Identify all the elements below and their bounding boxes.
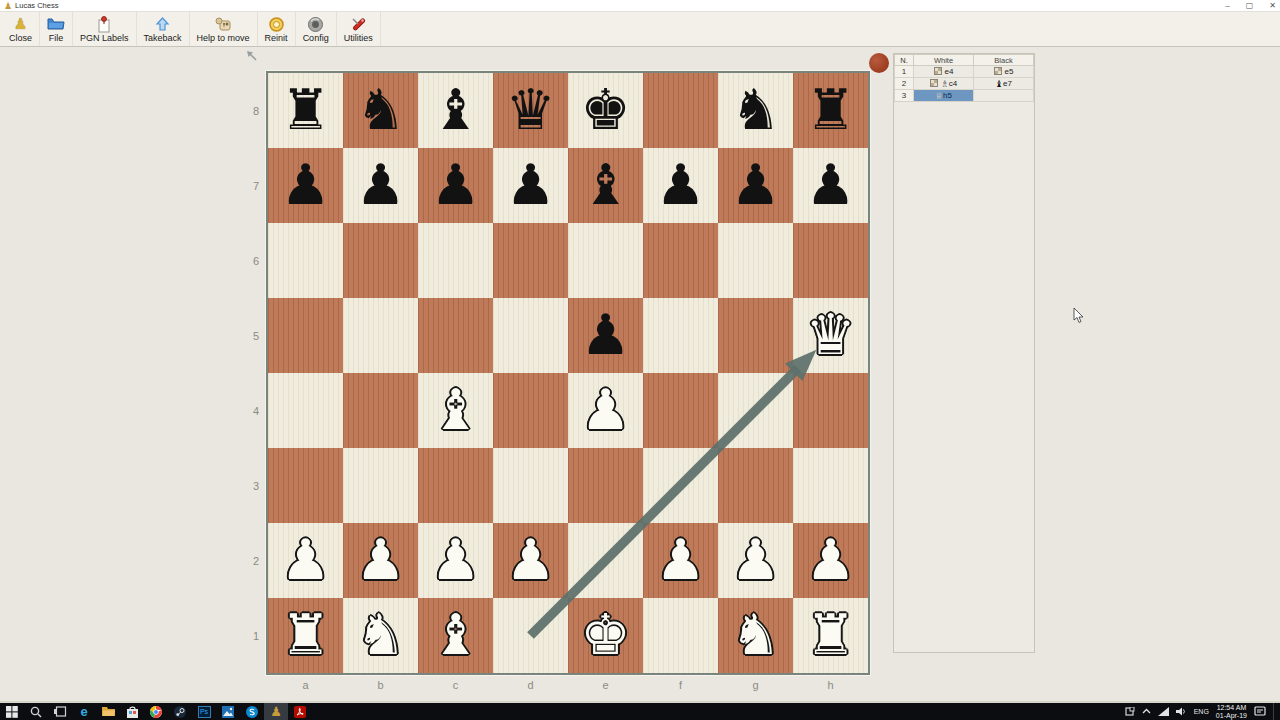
square-b1[interactable]: ♞ — [343, 598, 418, 673]
piece-black-p-d7[interactable]: ♟ — [493, 148, 568, 223]
square-a2[interactable]: ♟ — [268, 523, 343, 598]
pgn-pin-icon — [97, 15, 111, 33]
moves-header-number: N. — [895, 55, 914, 66]
app-pawn-icon: ♟ — [4, 1, 12, 11]
tray-chevron-icon[interactable] — [1142, 708, 1151, 715]
moves-table: N. White Black 1e4e52♗c4♝e73♕h5 — [894, 54, 1034, 102]
acrobat-icon[interactable] — [288, 703, 312, 720]
photoshop-icon[interactable]: Ps — [192, 703, 216, 720]
volume-icon[interactable] — [1176, 707, 1187, 716]
maximize-button[interactable]: ▢ — [1246, 0, 1254, 12]
help-pieces-icon — [214, 15, 232, 33]
square-c7[interactable]: ♟ — [418, 148, 493, 223]
square-a3[interactable] — [268, 448, 343, 523]
steam-icon[interactable] — [168, 703, 192, 720]
figurine-icon: ♕ — [935, 91, 943, 101]
task-view-icon[interactable] — [48, 703, 72, 720]
folder-icon — [47, 15, 65, 33]
square-h5[interactable]: ♛ — [793, 298, 868, 373]
photos-icon[interactable] — [216, 703, 240, 720]
square-c4[interactable]: ♝ — [418, 373, 493, 448]
figurine-icon: ♗ — [941, 79, 949, 89]
takeback-button[interactable]: Takeback — [137, 12, 190, 46]
director-arrow-icon[interactable] — [245, 49, 259, 63]
file-label-b: b — [343, 679, 418, 691]
screen: ♟ Lucas Chess – ▢ ✕ ♟ Close File PGN Lab… — [0, 0, 1280, 720]
square-a7[interactable]: ♟ — [268, 148, 343, 223]
toolbar: ♟ Close File PGN Labels Takeback Help — [0, 12, 1280, 47]
move-cell-white[interactable]: e4 — [914, 66, 974, 78]
turn-indicator — [869, 53, 889, 73]
square-b2[interactable]: ♟ — [343, 523, 418, 598]
piece-white-p-g2[interactable]: ♟ — [718, 523, 793, 598]
arrow-up-icon — [154, 15, 171, 33]
square-b8[interactable]: ♞ — [343, 73, 418, 148]
square-f7[interactable]: ♟ — [643, 148, 718, 223]
square-a4[interactable] — [268, 373, 343, 448]
clock[interactable]: 12:54 AM 01-Apr-19 — [1216, 704, 1247, 720]
file-label-c: c — [418, 679, 493, 691]
rank-label-6: 6 — [248, 223, 264, 298]
tray-time: 12:54 AM — [1216, 704, 1247, 712]
rank-label-8: 8 — [248, 73, 264, 148]
skype-icon[interactable] — [240, 703, 264, 720]
square-c6[interactable] — [418, 223, 493, 298]
square-f1[interactable] — [643, 598, 718, 673]
utilities-button[interactable]: Utilities — [337, 12, 381, 46]
pgn-labels-button[interactable]: PGN Labels — [73, 12, 137, 46]
square-h7[interactable]: ♟ — [793, 148, 868, 223]
board-frame: ♜♞♝♛♚♞♜♟♟♟♟♝♟♟♟♟♛♝♟♟♟♟♟♟♟♟♜♞♝♚♞♜ — [266, 71, 870, 675]
gold-ring-icon — [268, 15, 285, 33]
piece-black-r-a8[interactable]: ♜ — [268, 73, 343, 148]
help-to-move-button[interactable]: Help to move — [190, 12, 258, 46]
piece-black-p-b7[interactable]: ♟ — [343, 148, 418, 223]
square-d1[interactable] — [493, 598, 568, 673]
file-explorer-icon[interactable] — [96, 703, 120, 720]
square-h2[interactable]: ♟ — [793, 523, 868, 598]
piece-white-n-b1[interactable]: ♞ — [343, 598, 418, 673]
file-label-e: e — [568, 679, 643, 691]
move-cell-white[interactable]: ♕h5 — [914, 90, 974, 102]
piece-white-b-c4[interactable]: ♝ — [418, 373, 493, 448]
moves-header-white: White — [914, 55, 974, 66]
reinit-button[interactable]: Reinit — [258, 12, 296, 46]
square-e8[interactable]: ♚ — [568, 73, 643, 148]
move-number: 2 — [895, 78, 914, 90]
piece-white-n-g1[interactable]: ♞ — [718, 598, 793, 673]
piece-white-r-h1[interactable]: ♜ — [793, 598, 868, 673]
square-c2[interactable]: ♟ — [418, 523, 493, 598]
network-icon[interactable] — [1158, 707, 1169, 716]
square-b5[interactable] — [343, 298, 418, 373]
square-g1[interactable]: ♞ — [718, 598, 793, 673]
square-d5[interactable] — [493, 298, 568, 373]
search-icon[interactable] — [24, 703, 48, 720]
close-window-button[interactable]: ✕ — [1269, 0, 1276, 12]
square-e5[interactable]: ♟ — [568, 298, 643, 373]
square-d2[interactable]: ♟ — [493, 523, 568, 598]
square-h4[interactable] — [793, 373, 868, 448]
piece-black-n-b8[interactable]: ♞ — [343, 73, 418, 148]
lucas-chess-taskbar-icon[interactable]: ♟ — [264, 703, 288, 720]
moves-panel: N. White Black 1e4e52♗c4♝e73♕h5 — [893, 53, 1035, 653]
square-g8[interactable]: ♞ — [718, 73, 793, 148]
square-f5[interactable] — [643, 298, 718, 373]
book-move-icon — [994, 67, 1002, 75]
square-f8[interactable] — [643, 73, 718, 148]
square-g3[interactable] — [718, 448, 793, 523]
square-a5[interactable] — [268, 298, 343, 373]
piece-black-b-c8[interactable]: ♝ — [418, 73, 493, 148]
piece-white-p-d2[interactable]: ♟ — [493, 523, 568, 598]
square-f2[interactable]: ♟ — [643, 523, 718, 598]
square-e4[interactable]: ♟ — [568, 373, 643, 448]
square-d4[interactable] — [493, 373, 568, 448]
piece-black-n-g8[interactable]: ♞ — [718, 73, 793, 148]
start-button[interactable] — [0, 703, 24, 720]
rank-label-3: 3 — [248, 448, 264, 523]
piece-white-p-a2[interactable]: ♟ — [268, 523, 343, 598]
piece-white-p-h2[interactable]: ♟ — [793, 523, 868, 598]
window-title: Lucas Chess — [15, 1, 58, 10]
square-b3[interactable] — [343, 448, 418, 523]
mouse-cursor — [1073, 308, 1085, 324]
action-center-icon[interactable] — [1254, 706, 1266, 717]
rank-labels: 87654321 — [248, 73, 264, 673]
square-f6[interactable] — [643, 223, 718, 298]
file-label-d: d — [493, 679, 568, 691]
square-b4[interactable] — [343, 373, 418, 448]
square-c8[interactable]: ♝ — [418, 73, 493, 148]
square-c5[interactable] — [418, 298, 493, 373]
file-label-f: f — [643, 679, 718, 691]
square-h1[interactable]: ♜ — [793, 598, 868, 673]
rank-label-4: 4 — [248, 373, 264, 448]
move-number: 3 — [895, 90, 914, 102]
store-icon[interactable] — [120, 703, 144, 720]
square-a8[interactable]: ♜ — [268, 73, 343, 148]
book-move-icon — [934, 67, 942, 75]
square-f4[interactable] — [643, 373, 718, 448]
square-e6[interactable] — [568, 223, 643, 298]
piece-black-p-g7[interactable]: ♟ — [718, 148, 793, 223]
file-label-h: h — [793, 679, 868, 691]
tray-date: 01-Apr-19 — [1216, 712, 1247, 720]
move-number: 1 — [895, 66, 914, 78]
square-h8[interactable]: ♜ — [793, 73, 868, 148]
piece-white-p-b2[interactable]: ♟ — [343, 523, 418, 598]
minimize-button[interactable]: – — [1225, 0, 1229, 12]
taskbar: e Ps ♟ EN — [0, 703, 1280, 720]
square-d7[interactable]: ♟ — [493, 148, 568, 223]
piece-black-p-a7[interactable]: ♟ — [268, 148, 343, 223]
rank-label-7: 7 — [248, 148, 264, 223]
piece-white-p-f2[interactable]: ♟ — [643, 523, 718, 598]
config-button[interactable]: Config — [296, 12, 337, 46]
move-cell-white[interactable]: ♗c4 — [914, 78, 974, 90]
square-d8[interactable]: ♛ — [493, 73, 568, 148]
piece-white-p-c2[interactable]: ♟ — [418, 523, 493, 598]
square-h3[interactable] — [793, 448, 868, 523]
piece-black-p-h7[interactable]: ♟ — [793, 148, 868, 223]
book-move-icon — [930, 79, 938, 87]
show-desktop-button[interactable] — [1273, 703, 1276, 720]
piece-black-p-e5[interactable]: ♟ — [568, 298, 643, 373]
square-g4[interactable] — [718, 373, 793, 448]
square-g2[interactable]: ♟ — [718, 523, 793, 598]
piece-black-p-f7[interactable]: ♟ — [643, 148, 718, 223]
piece-white-b-c1[interactable]: ♝ — [418, 598, 493, 673]
piece-white-q-h5[interactable]: ♛ — [793, 298, 868, 373]
piece-white-p-e4[interactable]: ♟ — [568, 373, 643, 448]
square-b7[interactable]: ♟ — [343, 148, 418, 223]
file-button[interactable]: File — [40, 12, 73, 46]
file-label-a: a — [268, 679, 343, 691]
move-cell-black[interactable]: ♝e7 — [974, 78, 1034, 90]
square-e3[interactable] — [568, 448, 643, 523]
close-button[interactable]: ♟ Close — [2, 12, 40, 46]
square-e2[interactable] — [568, 523, 643, 598]
square-e7[interactable]: ♝ — [568, 148, 643, 223]
square-b6[interactable] — [343, 223, 418, 298]
rank-label-1: 1 — [248, 598, 264, 673]
moves-header-black: Black — [974, 55, 1034, 66]
tray-app-icon[interactable] — [1125, 707, 1135, 717]
piece-white-r-a1[interactable]: ♜ — [268, 598, 343, 673]
close-pawn-icon: ♟ — [14, 16, 27, 32]
square-c3[interactable] — [418, 448, 493, 523]
square-d3[interactable] — [493, 448, 568, 523]
file-labels: abcdefgh — [268, 679, 868, 691]
square-g6[interactable] — [718, 223, 793, 298]
gear-sphere-icon — [307, 15, 324, 33]
piece-black-q-d8[interactable]: ♛ — [493, 73, 568, 148]
square-e1[interactable]: ♚ — [568, 598, 643, 673]
figurine-icon: ♝ — [995, 79, 1003, 89]
edge-icon[interactable]: e — [72, 703, 96, 720]
move-cell-black[interactable]: e5 — [974, 66, 1034, 78]
chrome-icon[interactable] — [144, 703, 168, 720]
language-indicator[interactable]: ENG — [1194, 708, 1209, 715]
piece-black-r-h8[interactable]: ♜ — [793, 73, 868, 148]
square-c1[interactable]: ♝ — [418, 598, 493, 673]
file-label-g: g — [718, 679, 793, 691]
piece-black-b-e7[interactable]: ♝ — [568, 148, 643, 223]
square-a1[interactable]: ♜ — [268, 598, 343, 673]
rank-label-5: 5 — [248, 298, 264, 373]
move-cell-black[interactable] — [974, 90, 1034, 102]
tools-knife-icon — [350, 15, 367, 33]
window-titlebar: ♟ Lucas Chess – ▢ ✕ — [0, 0, 1280, 12]
chess-board: ♜♞♝♛♚♞♜♟♟♟♟♝♟♟♟♟♛♝♟♟♟♟♟♟♟♟♜♞♝♚♞♜ — [268, 73, 868, 673]
system-tray: ENG 12:54 AM 01-Apr-19 — [1125, 703, 1280, 720]
piece-black-p-c7[interactable]: ♟ — [418, 148, 493, 223]
square-h6[interactable] — [793, 223, 868, 298]
square-d6[interactable] — [493, 223, 568, 298]
square-g5[interactable] — [718, 298, 793, 373]
square-a6[interactable] — [268, 223, 343, 298]
square-g7[interactable]: ♟ — [718, 148, 793, 223]
square-f3[interactable] — [643, 448, 718, 523]
piece-black-k-e8[interactable]: ♚ — [568, 73, 643, 148]
piece-white-k-e1[interactable]: ♚ — [568, 598, 643, 673]
rank-label-2: 2 — [248, 523, 264, 598]
